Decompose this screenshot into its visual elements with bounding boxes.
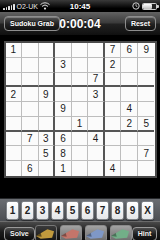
key-x[interactable]: X bbox=[141, 201, 154, 220]
pen-green-button[interactable] bbox=[110, 225, 132, 240]
gold-pen-icon bbox=[36, 228, 55, 240]
cell-r7c1[interactable] bbox=[6, 132, 23, 147]
cell-r7c4[interactable]: 6 bbox=[55, 132, 72, 147]
number-keypad: 123456789X bbox=[0, 198, 160, 221]
cell-r1c5[interactable] bbox=[72, 43, 89, 58]
key-3[interactable]: 3 bbox=[36, 201, 49, 220]
key-1[interactable]: 1 bbox=[6, 201, 19, 220]
cell-r9c4[interactable]: 1 bbox=[55, 161, 72, 176]
cell-r1c9[interactable]: 9 bbox=[138, 43, 155, 58]
cell-r3c8[interactable] bbox=[121, 73, 138, 88]
cell-r4c3[interactable]: 9 bbox=[39, 87, 56, 102]
cell-r4c8[interactable] bbox=[121, 87, 138, 102]
cell-r9c9[interactable] bbox=[138, 161, 155, 176]
cell-r2c7[interactable]: 2 bbox=[105, 58, 122, 73]
cell-r8c8[interactable] bbox=[121, 146, 138, 161]
sudoku-grab-button[interactable]: Sudoku Grab bbox=[4, 16, 60, 31]
cell-r3c1[interactable] bbox=[6, 73, 23, 88]
red-pen-icon bbox=[61, 228, 80, 240]
cell-r9c6[interactable] bbox=[88, 161, 105, 176]
cell-r7c3[interactable]: 3 bbox=[39, 132, 56, 147]
cell-r3c5[interactable] bbox=[72, 73, 89, 88]
green-pen-icon bbox=[111, 228, 130, 240]
cell-r7c9[interactable] bbox=[138, 132, 155, 147]
cell-r4c1[interactable]: 2 bbox=[6, 87, 23, 102]
cell-r4c9[interactable] bbox=[138, 87, 155, 102]
key-4[interactable]: 4 bbox=[51, 201, 64, 220]
cell-r4c6[interactable]: 3 bbox=[88, 87, 105, 102]
key-2[interactable]: 2 bbox=[21, 201, 34, 220]
cell-r4c4[interactable] bbox=[55, 87, 72, 102]
status-bar: O2-UK 10:45 bbox=[0, 0, 160, 12]
cell-r6c1[interactable] bbox=[6, 117, 23, 132]
cell-r2c1[interactable] bbox=[6, 58, 23, 73]
cell-r3c6[interactable]: 7 bbox=[88, 73, 105, 88]
cell-r8c3[interactable]: 5 bbox=[39, 146, 56, 161]
cell-r7c8[interactable] bbox=[121, 132, 138, 147]
cell-r2c2[interactable] bbox=[22, 58, 39, 73]
cell-r4c2[interactable] bbox=[22, 87, 39, 102]
cell-r9c3[interactable] bbox=[39, 161, 56, 176]
cell-r1c7[interactable]: 7 bbox=[105, 43, 122, 58]
key-8[interactable]: 8 bbox=[111, 201, 124, 220]
battery-icon bbox=[142, 3, 157, 10]
cell-r9c8[interactable] bbox=[121, 161, 138, 176]
cell-r6c7[interactable] bbox=[105, 117, 122, 132]
cell-r5c9[interactable] bbox=[138, 102, 155, 117]
cell-r1c2[interactable] bbox=[22, 43, 39, 58]
cell-r5c1[interactable] bbox=[6, 102, 23, 117]
carrier-label: O2-UK bbox=[17, 3, 38, 10]
pen-color-group bbox=[35, 225, 132, 240]
cell-r2c3[interactable] bbox=[39, 58, 56, 73]
cell-r6c8[interactable]: 2 bbox=[121, 117, 138, 132]
cell-r2c6[interactable] bbox=[88, 58, 105, 73]
key-9[interactable]: 9 bbox=[126, 201, 139, 220]
bottom-toolbar: Solve bbox=[0, 221, 160, 240]
cell-r9c7[interactable]: 4 bbox=[105, 161, 122, 176]
cell-r3c4[interactable] bbox=[55, 73, 72, 88]
cell-r8c5[interactable] bbox=[72, 146, 89, 161]
signal-strength-icon bbox=[3, 3, 15, 10]
cell-r3c2[interactable] bbox=[22, 73, 39, 88]
wifi-icon bbox=[40, 2, 50, 10]
cell-r9c2[interactable]: 6 bbox=[22, 161, 39, 176]
cell-r5c2[interactable] bbox=[22, 102, 39, 117]
cell-r1c3[interactable] bbox=[39, 43, 56, 58]
cell-r6c5[interactable]: 1 bbox=[72, 117, 89, 132]
key-7[interactable]: 7 bbox=[96, 201, 109, 220]
cell-r9c5[interactable] bbox=[72, 161, 89, 176]
cell-r8c2[interactable] bbox=[22, 146, 39, 161]
cell-r8c7[interactable] bbox=[105, 146, 122, 161]
cell-r1c6[interactable] bbox=[88, 43, 105, 58]
cell-r6c9[interactable]: 5 bbox=[138, 117, 155, 132]
cell-r7c2[interactable]: 7 bbox=[22, 132, 39, 147]
cell-r1c4[interactable] bbox=[55, 43, 72, 58]
cell-r4c7[interactable] bbox=[105, 87, 122, 102]
cell-r6c6[interactable] bbox=[88, 117, 105, 132]
alarm-icon bbox=[132, 2, 140, 10]
cell-r6c3[interactable] bbox=[39, 117, 56, 132]
navigation-bar: 0:00:04 Sudoku Grab Reset bbox=[0, 12, 160, 36]
board-area: 1769327293941257364587614 bbox=[0, 41, 160, 198]
cell-r3c3[interactable] bbox=[39, 73, 56, 88]
pen-gold-button[interactable] bbox=[35, 225, 57, 240]
cell-r7c5[interactable] bbox=[72, 132, 89, 147]
cell-r1c8[interactable]: 6 bbox=[121, 43, 138, 58]
blue-pen-icon bbox=[86, 228, 105, 240]
reset-button[interactable]: Reset bbox=[125, 16, 156, 31]
key-6[interactable]: 6 bbox=[81, 201, 94, 220]
cell-r5c5[interactable] bbox=[72, 102, 89, 117]
hint-button[interactable]: Hint bbox=[132, 227, 158, 240]
cell-r4c5[interactable] bbox=[72, 87, 89, 102]
cell-r8c4[interactable]: 8 bbox=[55, 146, 72, 161]
cell-r2c8[interactable] bbox=[121, 58, 138, 73]
cell-r5c4[interactable]: 9 bbox=[55, 102, 72, 117]
key-5[interactable]: 5 bbox=[66, 201, 79, 220]
cell-r2c5[interactable] bbox=[72, 58, 89, 73]
cell-r1c1[interactable]: 1 bbox=[6, 43, 23, 58]
pen-blue-button[interactable] bbox=[85, 225, 107, 240]
cell-r9c1[interactable] bbox=[6, 161, 23, 176]
cell-r5c6[interactable] bbox=[88, 102, 105, 117]
cell-r8c1[interactable] bbox=[6, 146, 23, 161]
cell-r2c9[interactable] bbox=[138, 58, 155, 73]
cell-r7c7[interactable] bbox=[105, 132, 122, 147]
cell-r6c4[interactable] bbox=[55, 117, 72, 132]
cell-r5c3[interactable] bbox=[39, 102, 56, 117]
cell-r7c6[interactable]: 4 bbox=[88, 132, 105, 147]
cell-r6c2[interactable] bbox=[22, 117, 39, 132]
pen-red-button[interactable] bbox=[60, 225, 82, 240]
solve-button[interactable]: Solve bbox=[4, 227, 35, 240]
sudoku-board: 1769327293941257364587614 bbox=[4, 41, 157, 178]
cell-r8c6[interactable] bbox=[88, 146, 105, 161]
cell-r8c9[interactable]: 7 bbox=[138, 146, 155, 161]
cell-r5c7[interactable] bbox=[105, 102, 122, 117]
cell-r3c9[interactable] bbox=[138, 73, 155, 88]
cell-r5c8[interactable]: 4 bbox=[121, 102, 138, 117]
cell-r2c4[interactable]: 3 bbox=[55, 58, 72, 73]
app-screen: O2-UK 10:45 0:00:04 Sudoku Grab Reset 17… bbox=[0, 0, 160, 240]
cell-r3c7[interactable] bbox=[105, 73, 122, 88]
